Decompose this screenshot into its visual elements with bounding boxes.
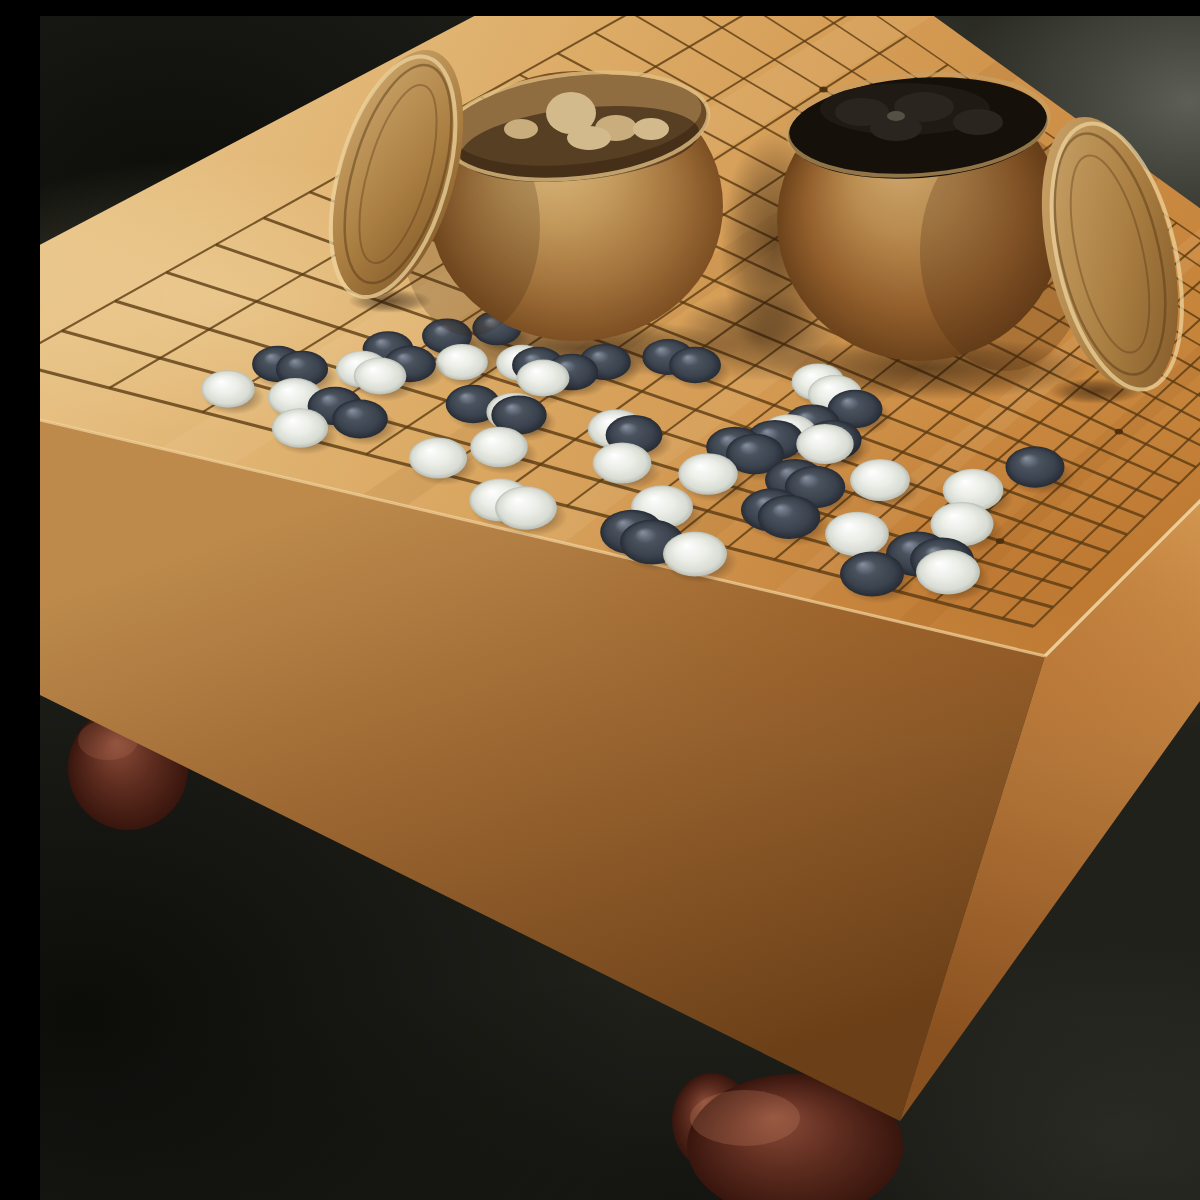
white-stone: [678, 453, 738, 495]
white-stone: [409, 438, 467, 479]
white-stone: [593, 442, 652, 483]
black-stone: [669, 347, 721, 383]
black-stone: [1005, 446, 1064, 487]
white-stone: [663, 532, 727, 577]
hoshi-point: [1115, 429, 1123, 435]
white-stone-in-bowl: [567, 126, 611, 150]
black-stone: [840, 552, 904, 597]
front-leg-highlight: [690, 1090, 800, 1146]
white-stone: [354, 358, 407, 395]
white-stone-in-bowl: [504, 119, 538, 139]
white-stone: [517, 360, 570, 397]
white-stone-in-bowl: [633, 118, 669, 140]
goban-scene-svg: [40, 16, 1200, 1200]
white-stone: [470, 427, 528, 467]
white-stone: [850, 459, 910, 501]
white-stone: [272, 408, 328, 447]
black-stone-in-bowl: [953, 109, 1003, 135]
black-stone-glint: [887, 111, 905, 121]
white-stone: [796, 424, 853, 464]
white-stone: [495, 486, 557, 529]
black-stone: [332, 400, 388, 439]
hoshi-point: [819, 87, 827, 93]
white-stone: [201, 370, 255, 408]
black-stone: [758, 495, 821, 539]
go-board-photo: Overhead-angle photograph of a wooden go…: [40, 16, 1200, 1200]
white-stone: [825, 512, 889, 557]
white-stone: [916, 550, 980, 595]
